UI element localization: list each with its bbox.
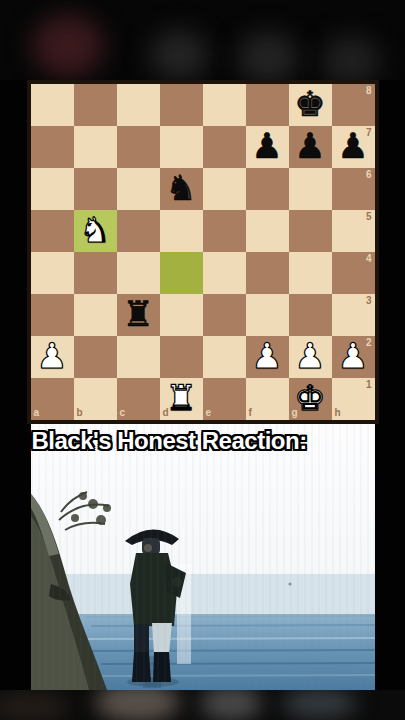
white-knight: ♞ [79,213,110,248]
square-d7 [160,126,203,168]
square-b4 [74,252,117,294]
square-a5 [31,210,74,252]
napoleon-by-the-sea-illustration [31,424,375,690]
square-d1: ♜d [160,378,203,420]
file-label-b: b [77,408,83,418]
square-e5 [203,210,246,252]
rank-label-4: 4 [366,254,372,264]
square-b5: ♞ [74,210,117,252]
square-a8 [31,84,74,126]
square-a4 [31,252,74,294]
rank-label-8: 8 [366,86,372,96]
rank-label-6: 6 [366,170,372,180]
square-d8 [160,84,203,126]
file-label-g: g [292,408,298,418]
white-pawn: ♟ [337,339,368,374]
square-a6 [31,168,74,210]
square-b8 [74,84,117,126]
square-g2: ♟ [289,336,332,378]
square-f8 [246,84,289,126]
chess-board-frame: ♚8♟♟♟7♞6♞54♜3♟♟♟♟2abc♜def♚g1h [27,80,379,424]
file-label-c: c [120,408,126,418]
square-e1: e [203,378,246,420]
square-d5 [160,210,203,252]
square-b3 [74,294,117,336]
file-label-e: e [206,408,212,418]
square-h7: ♟7 [332,126,375,168]
meme-image: Black's Honest Reaction: [31,424,375,690]
square-b7 [74,126,117,168]
square-c5 [117,210,160,252]
square-b6 [74,168,117,210]
blur-blob [200,690,262,720]
square-f1: f [246,378,289,420]
square-h2: ♟2 [332,336,375,378]
square-b1: b [74,378,117,420]
square-d3 [160,294,203,336]
black-pawn: ♟ [337,129,368,164]
square-g1: ♚g [289,378,332,420]
square-f4 [246,252,289,294]
meme-content: ♚8♟♟♟7♞6♞54♜3♟♟♟♟2abc♜def♚g1h Black's Ho… [0,80,405,690]
square-c3: ♜ [117,294,160,336]
square-c7 [117,126,160,168]
square-e7 [203,126,246,168]
top-letterbox [0,0,405,80]
square-h6: 6 [332,168,375,210]
black-pawn: ♟ [294,129,325,164]
file-label-a: a [34,408,40,418]
black-rook: ♜ [122,297,153,332]
square-e4 [203,252,246,294]
square-f3 [246,294,289,336]
square-e3 [203,294,246,336]
blur-blob [150,30,208,80]
square-c4 [117,252,160,294]
square-c2 [117,336,160,378]
square-d4 [160,252,203,294]
rank-label-7: 7 [366,128,372,138]
rank-label-5: 5 [366,212,372,222]
square-f7: ♟ [246,126,289,168]
square-h5: 5 [332,210,375,252]
black-king: ♚ [294,87,325,122]
rank-label-2: 2 [366,338,372,348]
blur-blob [238,32,298,80]
square-e2 [203,336,246,378]
square-g4 [289,252,332,294]
file-label-f: f [249,408,252,418]
chess-board: ♚8♟♟♟7♞6♞54♜3♟♟♟♟2abc♜def♚g1h [31,84,375,420]
bottom-letterbox [0,690,405,720]
square-g5 [289,210,332,252]
square-h8: 8 [332,84,375,126]
square-d2 [160,336,203,378]
blur-blob [0,692,70,720]
blur-blob [282,690,357,719]
meme-caption: Black's Honest Reaction: [32,427,375,455]
square-h3: 3 [332,294,375,336]
square-g8: ♚ [289,84,332,126]
square-f2: ♟ [246,336,289,378]
square-g6 [289,168,332,210]
square-f5 [246,210,289,252]
file-label-h: h [335,408,341,418]
square-f6 [246,168,289,210]
blur-blob [32,14,104,78]
square-a7 [31,126,74,168]
square-c6 [117,168,160,210]
rank-label-1: 1 [366,380,372,390]
square-g7: ♟ [289,126,332,168]
rank-label-3: 3 [366,296,372,306]
file-label-d: d [163,408,169,418]
square-a3 [31,294,74,336]
square-a2: ♟ [31,336,74,378]
square-e8 [203,84,246,126]
white-pawn: ♟ [251,339,282,374]
square-h1: 1h [332,378,375,420]
square-b2 [74,336,117,378]
black-pawn: ♟ [251,129,282,164]
square-c1: c [117,378,160,420]
blur-blob [95,690,180,720]
white-pawn: ♟ [36,339,67,374]
blur-blob [322,36,380,80]
video-frame[interactable]: ♚8♟♟♟7♞6♞54♜3♟♟♟♟2abc♜def♚g1h Black's Ho… [0,0,405,720]
square-d6: ♞ [160,168,203,210]
square-e6 [203,168,246,210]
square-g3 [289,294,332,336]
white-king: ♚ [294,381,325,416]
square-a1: a [31,378,74,420]
white-pawn: ♟ [294,339,325,374]
black-knight: ♞ [165,171,196,206]
square-h4: 4 [332,252,375,294]
square-c8 [117,84,160,126]
white-rook: ♜ [165,381,196,416]
